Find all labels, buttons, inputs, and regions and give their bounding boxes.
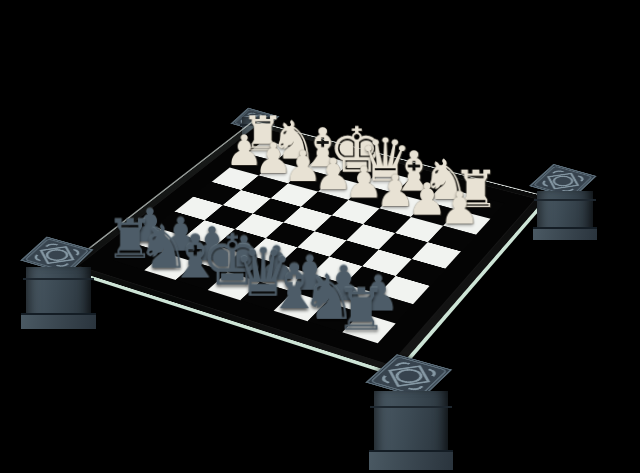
pillar-base	[533, 227, 597, 240]
pillar-capstone	[370, 389, 451, 408]
pillar-body-front	[374, 391, 448, 468]
checkerboard: ♜♞♝♚♛♝♞♜♟♟♟♟♟♟♟♟♟♟♟♟♟♟♟♟♜♞♝♚♛♝♞♜	[114, 140, 505, 343]
piece-white-pawn: ♟	[438, 188, 482, 231]
pillar-capstone	[23, 265, 95, 280]
board-frame: ♜♞♝♚♛♝♞♜♟♟♟♟♟♟♟♟♟♟♟♟♟♟♟♟♜♞♝♚♛♝♞♜	[77, 126, 536, 365]
glass-sheet: ♜♞♝♚♛♝♞♜♟♟♟♟♟♟♟♟♟♟♟♟♟♟♟♟♜♞♝♚♛♝♞♜	[61, 121, 551, 377]
product-photo-stage: ♜♞♝♚♛♝♞♜♟♟♟♟♟♟♟♟♟♟♟♟♟♟♟♟♜♞♝♚♛♝♞♜	[0, 0, 640, 473]
pillar-base	[21, 313, 95, 329]
piece-black-rook: ♜	[336, 283, 385, 338]
pillar-base	[369, 450, 453, 470]
pillar-body-left	[26, 267, 91, 327]
pillar-body-right	[537, 191, 593, 238]
pillar-capstone	[534, 189, 596, 201]
chess-board: ♜♞♝♚♛♝♞♜♟♟♟♟♟♟♟♟♟♟♟♟♟♟♟♟♜♞♝♚♛♝♞♜	[61, 121, 551, 377]
